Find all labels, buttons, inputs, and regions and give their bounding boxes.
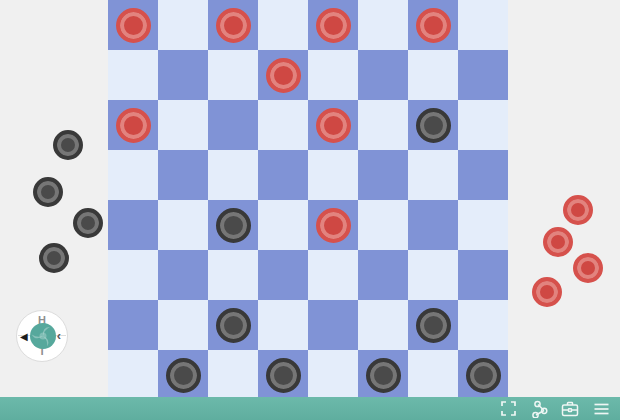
board-cell <box>458 100 508 150</box>
black-piece[interactable] <box>416 108 451 143</box>
board-cell <box>258 300 308 350</box>
board-cell <box>308 50 358 100</box>
red-piece[interactable] <box>116 108 151 143</box>
red-piece[interactable] <box>416 8 451 43</box>
board-cell[interactable] <box>108 200 158 250</box>
board-cell[interactable] <box>158 250 208 300</box>
swirl-icon <box>30 323 56 349</box>
red-piece[interactable] <box>316 8 351 43</box>
red-piece[interactable] <box>266 58 301 93</box>
left-arrow-icon: ◀ <box>20 330 28 343</box>
captured-black-piece[interactable] <box>39 243 69 273</box>
captured-black-piece[interactable] <box>73 208 103 238</box>
board-cell[interactable] <box>258 350 308 400</box>
board-cell[interactable] <box>208 100 258 150</box>
red-piece[interactable] <box>216 8 251 43</box>
red-piece[interactable] <box>116 8 151 43</box>
board-cell[interactable] <box>358 50 408 100</box>
board-cell <box>258 0 308 50</box>
board-cell[interactable] <box>258 150 308 200</box>
board-cell[interactable] <box>108 300 158 350</box>
coin-flip-widget[interactable]: H T ◀ ‹ <box>16 310 68 362</box>
board-cell[interactable] <box>158 50 208 100</box>
menu-icon[interactable] <box>592 400 610 418</box>
board-cell[interactable] <box>458 250 508 300</box>
board-cell[interactable] <box>408 100 458 150</box>
black-piece[interactable] <box>466 358 501 393</box>
board-cell <box>158 300 208 350</box>
captured-red-piece[interactable] <box>532 277 562 307</box>
board-cell[interactable] <box>208 200 258 250</box>
board-cell <box>108 150 158 200</box>
board-cell[interactable] <box>458 350 508 400</box>
board-cell <box>208 250 258 300</box>
captured-red-piece[interactable] <box>563 195 593 225</box>
right-arrow-icon: ‹ <box>57 328 61 344</box>
fullscreen-icon[interactable] <box>499 400 517 418</box>
board-cell <box>308 150 358 200</box>
black-piece[interactable] <box>166 358 201 393</box>
board-cell[interactable] <box>308 0 358 50</box>
board-cell[interactable] <box>158 350 208 400</box>
board-cell[interactable] <box>358 350 408 400</box>
black-piece[interactable] <box>416 308 451 343</box>
board-cell <box>308 250 358 300</box>
board-cell <box>358 200 408 250</box>
board-cell[interactable] <box>308 200 358 250</box>
board-cell[interactable] <box>308 100 358 150</box>
board-cell[interactable] <box>158 150 208 200</box>
share-icon[interactable] <box>530 400 548 418</box>
board-cell <box>208 150 258 200</box>
captured-black-piece[interactable] <box>53 130 83 160</box>
black-piece[interactable] <box>266 358 301 393</box>
board-cell[interactable] <box>408 200 458 250</box>
board-cell <box>458 200 508 250</box>
board-cell[interactable] <box>458 150 508 200</box>
board-cell[interactable] <box>258 250 308 300</box>
board-cell <box>258 100 308 150</box>
black-piece[interactable] <box>216 308 251 343</box>
board-cell <box>358 300 408 350</box>
board-cell[interactable] <box>358 250 408 300</box>
board-cell <box>208 50 258 100</box>
briefcase-icon[interactable] <box>561 400 579 418</box>
board-cell <box>408 150 458 200</box>
bottom-toolbar <box>0 397 620 420</box>
board-cell <box>408 50 458 100</box>
board-cell[interactable] <box>458 50 508 100</box>
board-cell[interactable] <box>258 50 308 100</box>
board-cell <box>458 300 508 350</box>
board-cell <box>208 350 258 400</box>
board-cell <box>458 0 508 50</box>
board-cell <box>408 250 458 300</box>
black-piece[interactable] <box>216 208 251 243</box>
board-cell <box>358 0 408 50</box>
stage: H T ◀ ‹ <box>0 0 620 420</box>
black-piece[interactable] <box>366 358 401 393</box>
captured-red-piece[interactable] <box>573 253 603 283</box>
board-cell[interactable] <box>208 0 258 50</box>
board-cell[interactable] <box>108 0 158 50</box>
red-piece[interactable] <box>316 208 351 243</box>
captured-red-piece[interactable] <box>543 227 573 257</box>
red-piece[interactable] <box>316 108 351 143</box>
board-cell <box>108 50 158 100</box>
board-cell[interactable] <box>108 100 158 150</box>
board-cell <box>258 200 308 250</box>
board-cell <box>408 350 458 400</box>
board-cell <box>108 250 158 300</box>
board-cell <box>358 100 408 150</box>
board <box>108 0 508 400</box>
board-cell[interactable] <box>308 300 358 350</box>
board-cell <box>158 0 208 50</box>
captured-black-piece[interactable] <box>33 177 63 207</box>
board-cell[interactable] <box>408 0 458 50</box>
board-cell[interactable] <box>408 300 458 350</box>
board-cell[interactable] <box>358 150 408 200</box>
board-cell <box>158 200 208 250</box>
board-cell <box>158 100 208 150</box>
board-cell <box>308 350 358 400</box>
board-cell[interactable] <box>208 300 258 350</box>
board-cell <box>108 350 158 400</box>
